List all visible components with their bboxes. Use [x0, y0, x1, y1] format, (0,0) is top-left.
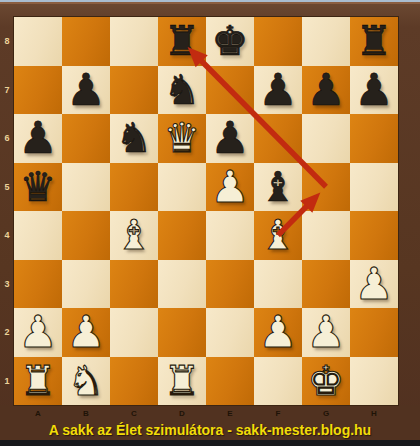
- square-c7[interactable]: [110, 66, 158, 115]
- file-label-h: H: [350, 406, 398, 421]
- square-f7[interactable]: ♟: [254, 66, 302, 115]
- piece-white-bishop-c4[interactable]: ♝: [116, 211, 153, 260]
- square-e5[interactable]: ♟: [206, 163, 254, 212]
- square-a8[interactable]: [14, 17, 62, 66]
- square-g6[interactable]: [302, 114, 350, 163]
- square-f5[interactable]: ♝: [254, 163, 302, 212]
- rank-label-4: 4: [0, 211, 14, 260]
- piece-black-pawn-h7[interactable]: ♟: [354, 66, 393, 115]
- frame-highlight: [0, 2, 420, 4]
- square-h5[interactable]: [350, 163, 398, 212]
- rank-label-6: 6: [0, 114, 14, 163]
- piece-white-knight-b1[interactable]: ♞: [68, 357, 105, 406]
- square-h2[interactable]: [350, 308, 398, 357]
- piece-black-pawn-b7[interactable]: ♟: [66, 66, 105, 115]
- file-label-c: C: [110, 406, 158, 421]
- piece-black-bishop-f5[interactable]: ♝: [260, 163, 297, 212]
- square-a7[interactable]: [14, 66, 62, 115]
- chess-diagram: 87654321 ♜♚♜♟♞♟♟♟♟♞♛♟♛♟♝♝♝♟♟♟♟♟♜♞♜♚ ABCD…: [0, 0, 420, 446]
- chess-board: ♜♚♜♟♞♟♟♟♟♞♛♟♛♟♝♝♝♟♟♟♟♟♜♞♜♚: [14, 17, 398, 405]
- square-f2[interactable]: ♟: [254, 308, 302, 357]
- rank-label-5: 5: [0, 163, 14, 212]
- square-e6[interactable]: ♟: [206, 114, 254, 163]
- square-a6[interactable]: ♟: [14, 114, 62, 163]
- square-c3[interactable]: [110, 260, 158, 309]
- square-c2[interactable]: [110, 308, 158, 357]
- square-h4[interactable]: [350, 211, 398, 260]
- square-c6[interactable]: ♞: [110, 114, 158, 163]
- square-h3[interactable]: ♟: [350, 260, 398, 309]
- square-g7[interactable]: ♟: [302, 66, 350, 115]
- square-a3[interactable]: [14, 260, 62, 309]
- square-e3[interactable]: [206, 260, 254, 309]
- square-b6[interactable]: [62, 114, 110, 163]
- rank-label-1: 1: [0, 357, 14, 406]
- piece-white-pawn-b2[interactable]: ♟: [66, 308, 105, 357]
- bottom-window-edge: [0, 440, 420, 446]
- caption: A sakk az Élet szimulátora - sakk-mester…: [0, 421, 420, 440]
- piece-white-bishop-f4[interactable]: ♝: [260, 211, 297, 260]
- piece-white-rook-d1[interactable]: ♜: [164, 357, 201, 406]
- square-h7[interactable]: ♟: [350, 66, 398, 115]
- square-f3[interactable]: [254, 260, 302, 309]
- rank-label-8: 8: [0, 17, 14, 66]
- square-b4[interactable]: [62, 211, 110, 260]
- piece-white-queen-d6[interactable]: ♛: [164, 114, 201, 163]
- file-label-b: B: [62, 406, 110, 421]
- square-g3[interactable]: [302, 260, 350, 309]
- square-b7[interactable]: ♟: [62, 66, 110, 115]
- piece-black-knight-c6[interactable]: ♞: [116, 114, 153, 163]
- square-c4[interactable]: ♝: [110, 211, 158, 260]
- file-label-e: E: [206, 406, 254, 421]
- square-h1[interactable]: [350, 357, 398, 406]
- square-g4[interactable]: [302, 211, 350, 260]
- square-c8[interactable]: [110, 17, 158, 66]
- rank-label-2: 2: [0, 308, 14, 357]
- square-g5[interactable]: [302, 163, 350, 212]
- square-h8[interactable]: ♜: [350, 17, 398, 66]
- square-a5[interactable]: ♛: [14, 163, 62, 212]
- square-b2[interactable]: ♟: [62, 308, 110, 357]
- square-f8[interactable]: [254, 17, 302, 66]
- square-a1[interactable]: ♜: [14, 357, 62, 406]
- square-d3[interactable]: [158, 260, 206, 309]
- square-g2[interactable]: ♟: [302, 308, 350, 357]
- piece-white-pawn-f2[interactable]: ♟: [258, 308, 297, 357]
- rank-label-3: 3: [0, 260, 14, 309]
- piece-white-pawn-a2[interactable]: ♟: [18, 308, 57, 357]
- piece-black-pawn-f7[interactable]: ♟: [258, 66, 297, 115]
- square-f6[interactable]: [254, 114, 302, 163]
- piece-black-king-e8[interactable]: ♚: [212, 17, 249, 66]
- file-labels: ABCDEFGH: [14, 406, 398, 421]
- square-d8[interactable]: ♜: [158, 17, 206, 66]
- piece-white-pawn-h3[interactable]: ♟: [354, 260, 393, 309]
- square-e4[interactable]: [206, 211, 254, 260]
- piece-black-pawn-e6[interactable]: ♟: [210, 114, 249, 163]
- square-d6[interactable]: ♛: [158, 114, 206, 163]
- piece-white-pawn-e5[interactable]: ♟: [210, 163, 249, 212]
- square-e1[interactable]: [206, 357, 254, 406]
- piece-black-rook-d8[interactable]: ♜: [164, 17, 201, 66]
- rank-label-7: 7: [0, 66, 14, 115]
- file-label-d: D: [158, 406, 206, 421]
- file-label-g: G: [302, 406, 350, 421]
- file-label-f: F: [254, 406, 302, 421]
- piece-white-king-g1[interactable]: ♚: [308, 357, 345, 406]
- square-a2[interactable]: ♟: [14, 308, 62, 357]
- piece-black-knight-d7[interactable]: ♞: [164, 66, 201, 115]
- square-a4[interactable]: [14, 211, 62, 260]
- piece-white-rook-a1[interactable]: ♜: [20, 357, 57, 406]
- piece-black-rook-h8[interactable]: ♜: [356, 17, 393, 66]
- square-b8[interactable]: [62, 17, 110, 66]
- square-f4[interactable]: ♝: [254, 211, 302, 260]
- rank-labels: 87654321: [0, 17, 14, 405]
- square-b3[interactable]: [62, 260, 110, 309]
- square-c1[interactable]: [110, 357, 158, 406]
- square-e2[interactable]: [206, 308, 254, 357]
- square-b1[interactable]: ♞: [62, 357, 110, 406]
- square-d5[interactable]: [158, 163, 206, 212]
- square-d7[interactable]: ♞: [158, 66, 206, 115]
- square-e8[interactable]: ♚: [206, 17, 254, 66]
- piece-black-pawn-g7[interactable]: ♟: [306, 66, 345, 115]
- piece-black-queen-a5[interactable]: ♛: [20, 163, 57, 212]
- piece-white-pawn-g2[interactable]: ♟: [306, 308, 345, 357]
- file-label-a: A: [14, 406, 62, 421]
- square-d1[interactable]: ♜: [158, 357, 206, 406]
- square-d4[interactable]: [158, 211, 206, 260]
- square-b5[interactable]: [62, 163, 110, 212]
- square-g1[interactable]: ♚: [302, 357, 350, 406]
- piece-black-pawn-a6[interactable]: ♟: [18, 114, 57, 163]
- square-g8[interactable]: [302, 17, 350, 66]
- square-d2[interactable]: [158, 308, 206, 357]
- square-h6[interactable]: [350, 114, 398, 163]
- square-f1[interactable]: [254, 357, 302, 406]
- square-e7[interactable]: [206, 66, 254, 115]
- square-c5[interactable]: [110, 163, 158, 212]
